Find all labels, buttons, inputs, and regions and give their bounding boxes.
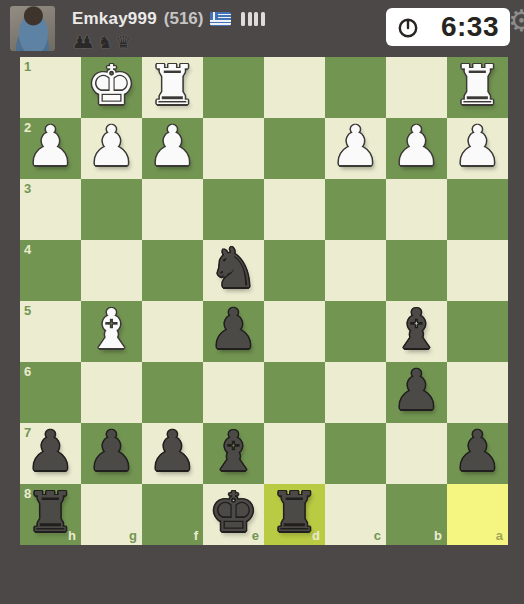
square-b7[interactable]: [386, 423, 447, 484]
piece-black-pawn-e5[interactable]: ♟: [209, 302, 258, 357]
square-g7[interactable]: ♟: [81, 423, 142, 484]
rank-label-6: 6: [24, 365, 31, 378]
square-e7[interactable]: ♝: [203, 423, 264, 484]
captured-pawn-x2-icon: ♟♟: [72, 34, 94, 51]
timer-icon: [396, 15, 420, 39]
piece-black-bishop-e7[interactable]: ♝: [209, 424, 258, 479]
square-h7[interactable]: 7♟: [20, 423, 81, 484]
square-c8[interactable]: c: [325, 484, 386, 545]
piece-black-knight-e4[interactable]: ♞: [209, 241, 258, 296]
square-g2[interactable]: ♟: [81, 118, 142, 179]
top-player-name[interactable]: Emkay999: [72, 9, 157, 29]
rank-label-4: 4: [24, 243, 31, 256]
square-f1[interactable]: ♜: [142, 57, 203, 118]
rank-label-5: 5: [24, 304, 31, 317]
square-a8[interactable]: a: [447, 484, 508, 545]
square-f8[interactable]: f: [142, 484, 203, 545]
square-h6[interactable]: 6: [20, 362, 81, 423]
piece-white-king-g1[interactable]: ♚: [87, 58, 136, 113]
piece-white-pawn-g2[interactable]: ♟: [87, 119, 136, 174]
square-g3[interactable]: [81, 179, 142, 240]
square-d1[interactable]: [264, 57, 325, 118]
square-c6[interactable]: [325, 362, 386, 423]
top-player-clock: 6:33: [386, 8, 510, 46]
square-e6[interactable]: [203, 362, 264, 423]
square-h8[interactable]: 8h♜: [20, 484, 81, 545]
square-c3[interactable]: [325, 179, 386, 240]
captured-queen-icon: ♛: [116, 34, 131, 51]
square-g8[interactable]: g: [81, 484, 142, 545]
file-label-g: g: [129, 529, 137, 542]
file-label-b: b: [434, 529, 442, 542]
square-c4[interactable]: [325, 240, 386, 301]
top-clock-time: 6:33: [441, 11, 499, 43]
piece-black-pawn-h7[interactable]: ♟: [26, 424, 75, 479]
square-d5[interactable]: [264, 301, 325, 362]
piece-white-rook-a1[interactable]: ♜: [453, 58, 502, 113]
square-g4[interactable]: [81, 240, 142, 301]
square-f7[interactable]: ♟: [142, 423, 203, 484]
top-player-bar: Emkay999 (516) ♟♟♞♛ 6:33 ⚙: [0, 0, 524, 57]
square-e2[interactable]: [203, 118, 264, 179]
square-d4[interactable]: [264, 240, 325, 301]
square-a6[interactable]: [447, 362, 508, 423]
square-d3[interactable]: [264, 179, 325, 240]
square-g6[interactable]: [81, 362, 142, 423]
piece-white-pawn-c2[interactable]: ♟: [331, 119, 380, 174]
piece-white-pawn-b2[interactable]: ♟: [392, 119, 441, 174]
piece-black-pawn-g7[interactable]: ♟: [87, 424, 136, 479]
square-c7[interactable]: [325, 423, 386, 484]
square-a2[interactable]: ♟: [447, 118, 508, 179]
piece-white-bishop-g5[interactable]: ♝: [87, 302, 136, 357]
square-d2[interactable]: [264, 118, 325, 179]
square-b4[interactable]: [386, 240, 447, 301]
square-c2[interactable]: ♟: [325, 118, 386, 179]
square-f5[interactable]: [142, 301, 203, 362]
square-h4[interactable]: 4: [20, 240, 81, 301]
square-a3[interactable]: [447, 179, 508, 240]
gear-icon[interactable]: ⚙: [508, 6, 524, 36]
bottom-player-bar: ♟ domen189 (489) ♟♟♝♞♞♛+6 6:55: [0, 545, 524, 604]
square-h1[interactable]: 1: [20, 57, 81, 118]
square-e1[interactable]: [203, 57, 264, 118]
captured-knight-icon: ♞: [97, 34, 112, 51]
piece-black-pawn-b6[interactable]: ♟: [392, 363, 441, 418]
piece-black-rook-d8[interactable]: ♜: [270, 485, 319, 540]
square-b2[interactable]: ♟: [386, 118, 447, 179]
square-f3[interactable]: [142, 179, 203, 240]
square-a1[interactable]: ♜: [447, 57, 508, 118]
piece-black-pawn-a7[interactable]: ♟: [453, 424, 502, 479]
square-a5[interactable]: [447, 301, 508, 362]
file-label-f: f: [194, 529, 198, 542]
square-d6[interactable]: [264, 362, 325, 423]
square-c1[interactable]: [325, 57, 386, 118]
piece-black-bishop-b5[interactable]: ♝: [392, 302, 441, 357]
top-captured-pieces: ♟♟♞♛: [72, 31, 134, 53]
square-b3[interactable]: [386, 179, 447, 240]
piece-white-pawn-f2[interactable]: ♟: [148, 119, 197, 174]
square-g1[interactable]: ♚: [81, 57, 142, 118]
file-label-a: a: [496, 529, 503, 542]
square-b8[interactable]: b: [386, 484, 447, 545]
square-c5[interactable]: [325, 301, 386, 362]
square-e3[interactable]: [203, 179, 264, 240]
piece-white-pawn-a2[interactable]: ♟: [453, 119, 502, 174]
rank-label-3: 3: [24, 182, 31, 195]
file-label-c: c: [374, 529, 381, 542]
piece-black-king-e8[interactable]: ♚: [209, 485, 258, 540]
square-a4[interactable]: [447, 240, 508, 301]
piece-black-pawn-f7[interactable]: ♟: [148, 424, 197, 479]
piece-white-pawn-h2[interactable]: ♟: [26, 119, 75, 174]
square-h2[interactable]: 2♟: [20, 118, 81, 179]
square-b1[interactable]: [386, 57, 447, 118]
square-f6[interactable]: [142, 362, 203, 423]
square-h5[interactable]: 5: [20, 301, 81, 362]
chess-board: 1♚♜♜2♟♟♟♟♟♟34♞5♝♟♝6♟7♟♟♟♝♟8h♜gfe♚d♜cba: [20, 57, 508, 545]
top-player-rating: (516): [164, 9, 204, 29]
square-g5[interactable]: ♝: [81, 301, 142, 362]
square-h3[interactable]: 3: [20, 179, 81, 240]
square-e5[interactable]: ♟: [203, 301, 264, 362]
top-player-avatar[interactable]: [10, 6, 55, 51]
signal-bars-icon: [241, 12, 265, 26]
square-f2[interactable]: ♟: [142, 118, 203, 179]
square-d8[interactable]: d♜: [264, 484, 325, 545]
rank-label-1: 1: [24, 60, 31, 73]
square-a7[interactable]: ♟: [447, 423, 508, 484]
greece-flag-icon: [210, 12, 231, 26]
square-d7[interactable]: [264, 423, 325, 484]
piece-white-rook-f1[interactable]: ♜: [148, 58, 197, 113]
piece-black-rook-h8[interactable]: ♜: [26, 485, 75, 540]
square-b5[interactable]: ♝: [386, 301, 447, 362]
square-b6[interactable]: ♟: [386, 362, 447, 423]
square-e8[interactable]: e♚: [203, 484, 264, 545]
square-e4[interactable]: ♞: [203, 240, 264, 301]
square-f4[interactable]: [142, 240, 203, 301]
